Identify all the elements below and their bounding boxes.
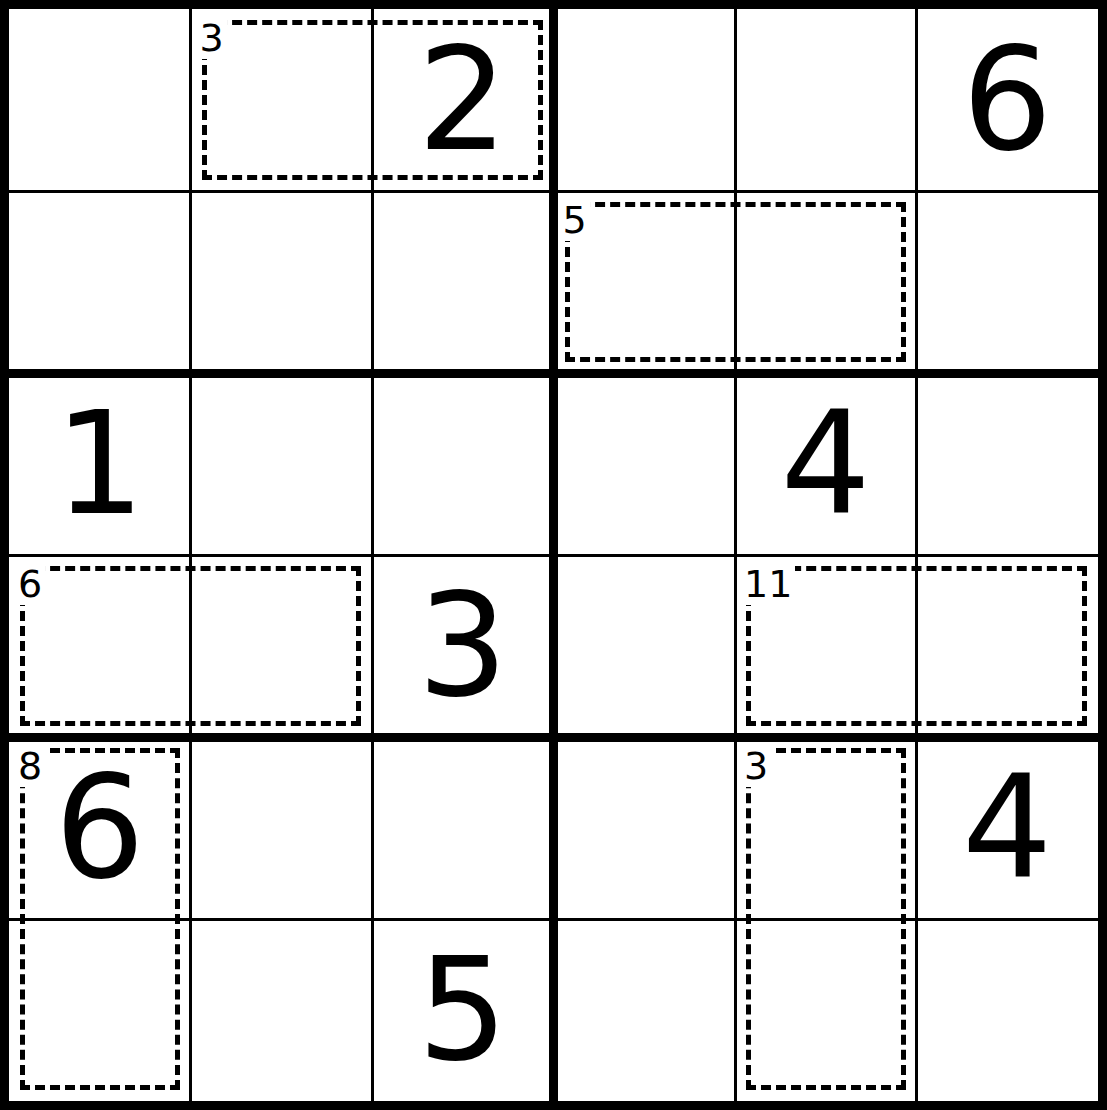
cell-r2c6[interactable] [917,191,1099,373]
cell-r1c5[interactable] [735,9,917,191]
killer-sudoku-board: 261436453561183 [0,0,1107,1110]
cell-r1c2[interactable] [191,9,373,191]
given-digit: 4 [781,393,871,535]
cell-r1c1[interactable] [9,9,191,191]
cell-r6c3[interactable]: 5 [372,919,554,1101]
cell-r3c3[interactable] [372,373,554,555]
cell-r4c4[interactable] [554,555,736,737]
given-digit: 3 [418,575,508,717]
cell-r5c2[interactable] [191,737,373,919]
cell-r4c3[interactable]: 3 [372,555,554,737]
cell-r5c5[interactable] [735,737,917,919]
cell-r4c2[interactable] [191,555,373,737]
cell-r5c4[interactable] [554,737,736,919]
cell-r5c1[interactable]: 6 [9,737,191,919]
cell-r3c4[interactable] [554,373,736,555]
cell-r6c4[interactable] [554,919,736,1101]
cell-r2c4[interactable] [554,191,736,373]
cell-r6c6[interactable] [917,919,1099,1101]
cell-r2c2[interactable] [191,191,373,373]
given-digit: 4 [962,757,1052,899]
cell-r4c6[interactable] [917,555,1099,737]
cell-r6c2[interactable] [191,919,373,1101]
given-digit: 6 [55,757,145,899]
cell-r5c6[interactable]: 4 [917,737,1099,919]
given-digit: 5 [418,939,508,1081]
cell-r3c1[interactable]: 1 [9,373,191,555]
cell-r1c4[interactable] [554,9,736,191]
given-digit: 2 [418,29,508,171]
cell-r3c6[interactable] [917,373,1099,555]
cell-r4c1[interactable] [9,555,191,737]
cell-r3c5[interactable]: 4 [735,373,917,555]
cell-r6c1[interactable] [9,919,191,1101]
cell-r4c5[interactable] [735,555,917,737]
given-digit: 6 [962,29,1052,171]
cell-r6c5[interactable] [735,919,917,1101]
cell-r2c5[interactable] [735,191,917,373]
cell-r2c3[interactable] [372,191,554,373]
cell-r2c1[interactable] [9,191,191,373]
cell-r3c2[interactable] [191,373,373,555]
cell-r1c3[interactable]: 2 [372,9,554,191]
cell-r5c3[interactable] [372,737,554,919]
cell-r1c6[interactable]: 6 [917,9,1099,191]
given-digit: 1 [55,393,145,535]
